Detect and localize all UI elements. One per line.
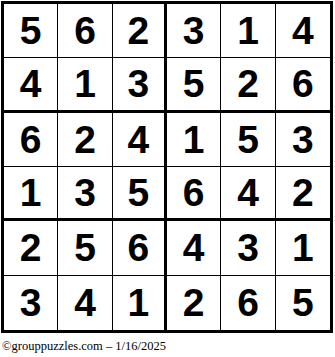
cell-r3c3: 4	[113, 113, 167, 167]
cell-r6c3: 1	[113, 276, 167, 330]
cell-r1c6: 4	[276, 4, 330, 58]
cell-r4c6: 2	[276, 167, 330, 221]
cell-r2c4: 5	[167, 58, 221, 112]
sudoku-board: 562314413526624153135642256431341265	[1, 1, 333, 333]
cell-r4c1: 1	[4, 167, 58, 221]
cell-r6c1: 3	[4, 276, 58, 330]
cell-r5c1: 2	[4, 221, 58, 275]
cell-r6c6: 5	[276, 276, 330, 330]
cell-r1c1: 5	[4, 4, 58, 58]
cell-r3c5: 5	[221, 113, 275, 167]
cell-r5c5: 3	[221, 221, 275, 275]
cell-r2c1: 4	[4, 58, 58, 112]
cell-r1c5: 1	[221, 4, 275, 58]
cell-r1c3: 2	[113, 4, 167, 58]
cell-r1c4: 3	[167, 4, 221, 58]
cell-r4c4: 6	[167, 167, 221, 221]
cell-r2c3: 3	[113, 58, 167, 112]
cell-r4c3: 5	[113, 167, 167, 221]
cell-r3c4: 1	[167, 113, 221, 167]
cell-r5c3: 6	[113, 221, 167, 275]
cell-r5c4: 4	[167, 221, 221, 275]
cell-r2c6: 6	[276, 58, 330, 112]
cell-r6c2: 4	[58, 276, 112, 330]
cell-r4c5: 4	[221, 167, 275, 221]
cell-r3c2: 2	[58, 113, 112, 167]
copyright-text: ©grouppuzzles.com – 1/16/2025	[2, 339, 166, 354]
cell-r5c2: 5	[58, 221, 112, 275]
sudoku-page: 562314413526624153135642256431341265 ©gr…	[0, 0, 335, 357]
cell-r6c5: 6	[221, 276, 275, 330]
cell-r6c4: 2	[167, 276, 221, 330]
cell-r2c2: 1	[58, 58, 112, 112]
cell-r3c1: 6	[4, 113, 58, 167]
cell-r1c2: 6	[58, 4, 112, 58]
cell-r3c6: 3	[276, 113, 330, 167]
cell-r2c5: 2	[221, 58, 275, 112]
cell-r5c6: 1	[276, 221, 330, 275]
cell-r4c2: 3	[58, 167, 112, 221]
